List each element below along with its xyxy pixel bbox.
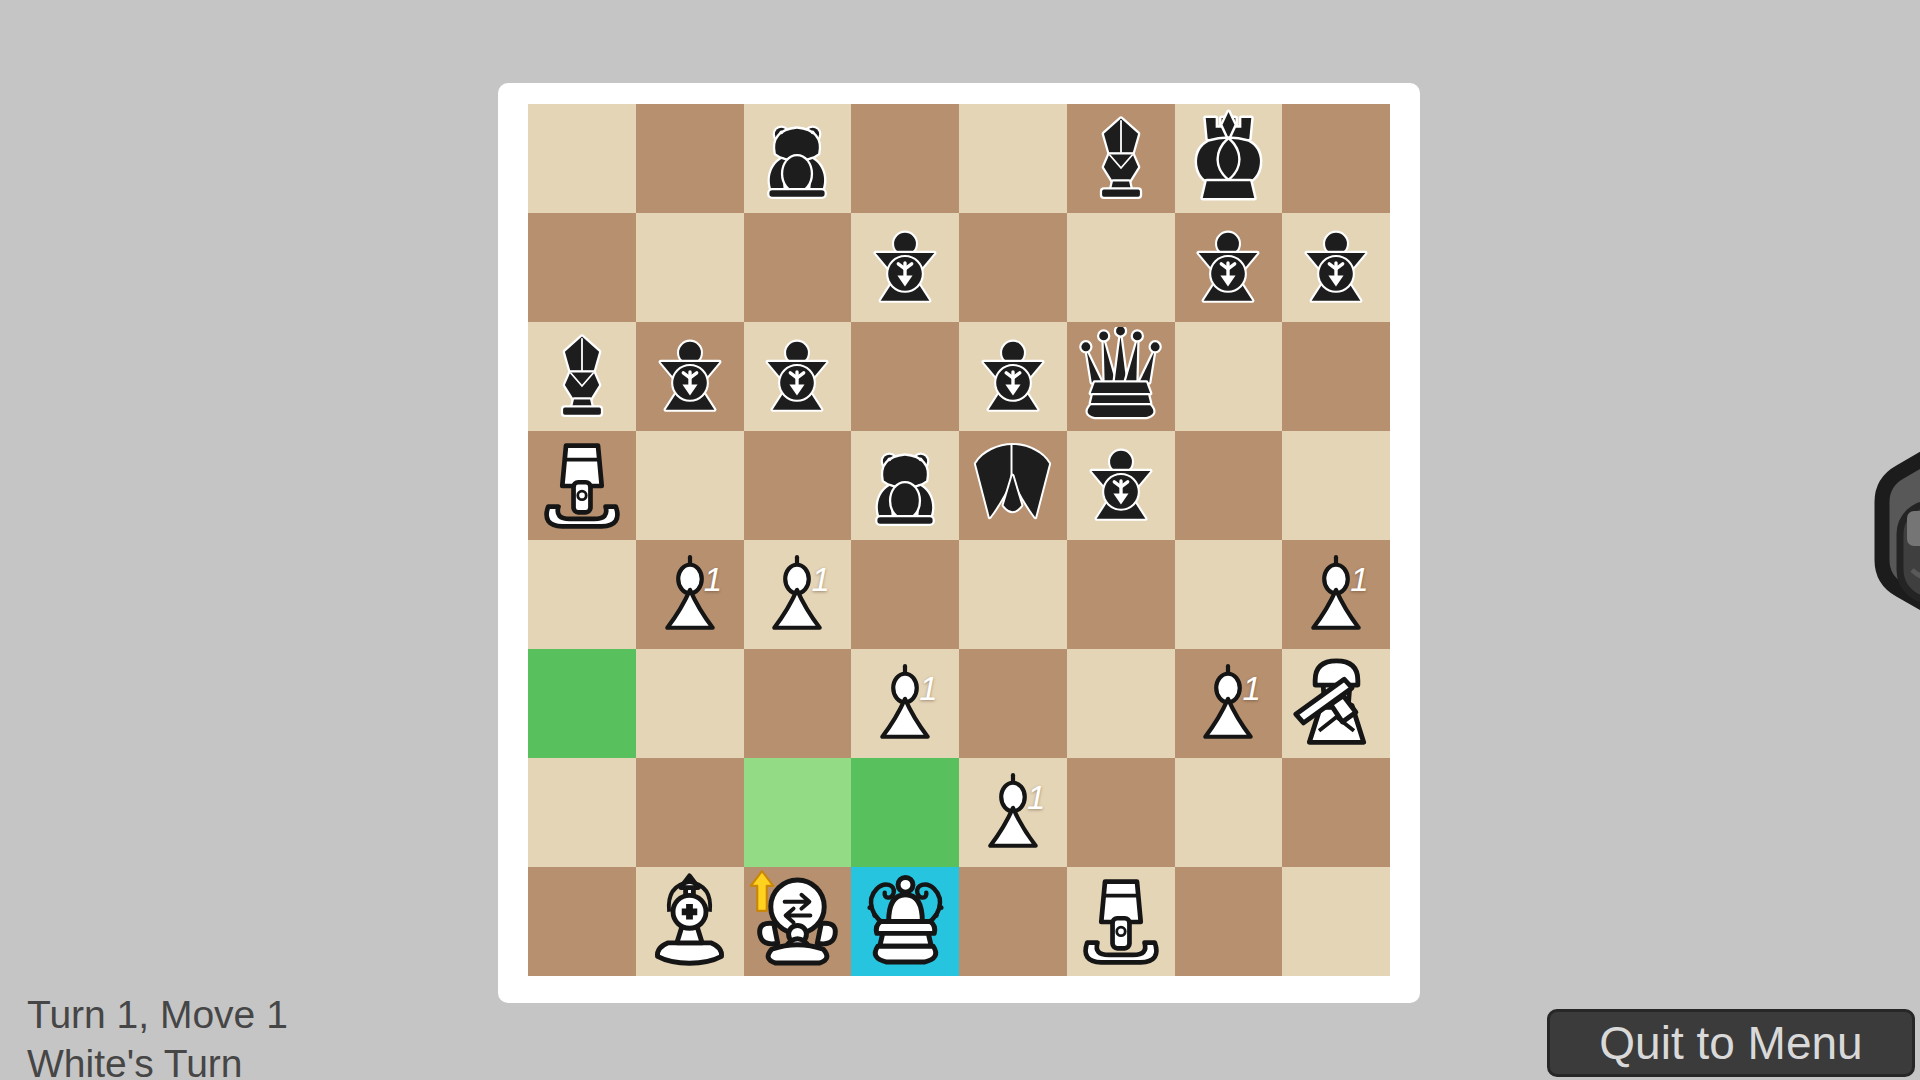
- square-f8[interactable]: [1067, 104, 1175, 213]
- piece-black-frog[interactable]: [751, 113, 843, 205]
- square-e1[interactable]: [959, 867, 1067, 976]
- square-d2[interactable]: [851, 758, 959, 867]
- piece-black-pawn[interactable]: [1079, 444, 1163, 528]
- square-b1[interactable]: [636, 867, 744, 976]
- quit-to-menu-button[interactable]: Quit to Menu: [1547, 1009, 1915, 1077]
- piece-black-moth[interactable]: [963, 436, 1062, 535]
- square-c8[interactable]: [744, 104, 852, 213]
- square-h1[interactable]: [1282, 867, 1390, 976]
- square-e7[interactable]: [959, 213, 1067, 322]
- square-e3[interactable]: [959, 649, 1067, 758]
- piece-black-king[interactable]: [1179, 109, 1278, 208]
- quit-to-menu-label: Quit to Menu: [1599, 1016, 1862, 1070]
- piece-black-pawn[interactable]: [648, 335, 732, 419]
- square-e8[interactable]: [959, 104, 1067, 213]
- square-f1[interactable]: [1067, 867, 1175, 976]
- piece-black-queen[interactable]: [1071, 327, 1170, 426]
- board-squares: 111111: [528, 104, 1390, 976]
- square-e2[interactable]: 1: [959, 758, 1067, 867]
- square-a3[interactable]: [528, 649, 636, 758]
- square-c3[interactable]: [744, 649, 852, 758]
- piece-white-pawn[interactable]: [863, 662, 947, 746]
- piece-black-bishop[interactable]: [1076, 114, 1166, 204]
- piece-white-pawn[interactable]: [1294, 553, 1378, 637]
- square-a2[interactable]: [528, 758, 636, 867]
- side-to-move-label: White's Turn: [27, 1039, 288, 1080]
- square-f4[interactable]: [1067, 540, 1175, 649]
- square-e4[interactable]: [959, 540, 1067, 649]
- square-c7[interactable]: [744, 213, 852, 322]
- square-f5[interactable]: [1067, 431, 1175, 540]
- square-f7[interactable]: [1067, 213, 1175, 322]
- square-h5[interactable]: [1282, 431, 1390, 540]
- square-e5[interactable]: [959, 431, 1067, 540]
- game-screen: { "game": "fairy-chess battle (roguelike…: [0, 0, 1920, 1080]
- buff-up-arrow-icon: [749, 869, 775, 913]
- square-c1[interactable]: [744, 867, 852, 976]
- square-a4[interactable]: [528, 540, 636, 649]
- square-g6[interactable]: [1175, 322, 1283, 431]
- square-d8[interactable]: [851, 104, 959, 213]
- square-b5[interactable]: [636, 431, 744, 540]
- square-c6[interactable]: [744, 322, 852, 431]
- square-d6[interactable]: [851, 322, 959, 431]
- square-c5[interactable]: [744, 431, 852, 540]
- piece-black-pawn[interactable]: [1294, 226, 1378, 310]
- piece-white-pawn[interactable]: [971, 771, 1055, 855]
- piece-white-pawn[interactable]: [1186, 662, 1270, 746]
- piece-white-priest[interactable]: [641, 873, 738, 970]
- piece-black-frog[interactable]: [859, 440, 951, 532]
- square-a8[interactable]: [528, 104, 636, 213]
- square-h7[interactable]: [1282, 213, 1390, 322]
- square-h8[interactable]: [1282, 104, 1390, 213]
- turn-move-label: Turn 1, Move 1: [27, 990, 288, 1039]
- square-a5[interactable]: [528, 431, 636, 540]
- square-d3[interactable]: 1: [851, 649, 959, 758]
- square-b2[interactable]: [636, 758, 744, 867]
- square-g5[interactable]: [1175, 431, 1283, 540]
- square-f2[interactable]: [1067, 758, 1175, 867]
- square-g7[interactable]: [1175, 213, 1283, 322]
- piece-black-bishop[interactable]: [537, 332, 627, 422]
- square-e6[interactable]: [959, 322, 1067, 431]
- piece-black-pawn[interactable]: [1186, 226, 1270, 310]
- square-h3[interactable]: [1282, 649, 1390, 758]
- square-f6[interactable]: [1067, 322, 1175, 431]
- square-d5[interactable]: [851, 431, 959, 540]
- square-f3[interactable]: [1067, 649, 1175, 758]
- square-g2[interactable]: [1175, 758, 1283, 867]
- square-g1[interactable]: [1175, 867, 1283, 976]
- piece-white-cannon[interactable]: [535, 439, 629, 533]
- square-a7[interactable]: [528, 213, 636, 322]
- piece-black-pawn[interactable]: [971, 335, 1055, 419]
- square-b4[interactable]: 1: [636, 540, 744, 649]
- square-h6[interactable]: [1282, 322, 1390, 431]
- piece-white-pawn[interactable]: [755, 553, 839, 637]
- square-h4[interactable]: 1: [1282, 540, 1390, 649]
- mouse-icon: [1900, 504, 1920, 600]
- piece-black-pawn[interactable]: [863, 226, 947, 310]
- turn-hud: Turn 1, Move 1 White's Turn: [27, 990, 288, 1080]
- square-d4[interactable]: [851, 540, 959, 649]
- square-a1[interactable]: [528, 867, 636, 976]
- piece-black-pawn[interactable]: [755, 335, 839, 419]
- square-d1[interactable]: [851, 867, 959, 976]
- square-g3[interactable]: 1: [1175, 649, 1283, 758]
- square-b3[interactable]: [636, 649, 744, 758]
- square-g4[interactable]: [1175, 540, 1283, 649]
- square-h2[interactable]: [1282, 758, 1390, 867]
- square-b8[interactable]: [636, 104, 744, 213]
- mouse-hint-badge: [1860, 398, 1920, 668]
- square-b7[interactable]: [636, 213, 744, 322]
- piece-white-cannon[interactable]: [1074, 875, 1168, 969]
- square-d7[interactable]: [851, 213, 959, 322]
- square-c2[interactable]: [744, 758, 852, 867]
- square-a6[interactable]: [528, 322, 636, 431]
- square-c4[interactable]: 1: [744, 540, 852, 649]
- piece-white-king[interactable]: [856, 872, 955, 971]
- square-g8[interactable]: [1175, 104, 1283, 213]
- square-b6[interactable]: [636, 322, 744, 431]
- piece-white-pawn[interactable]: [648, 553, 732, 637]
- piece-white-musketeer[interactable]: [1288, 655, 1385, 752]
